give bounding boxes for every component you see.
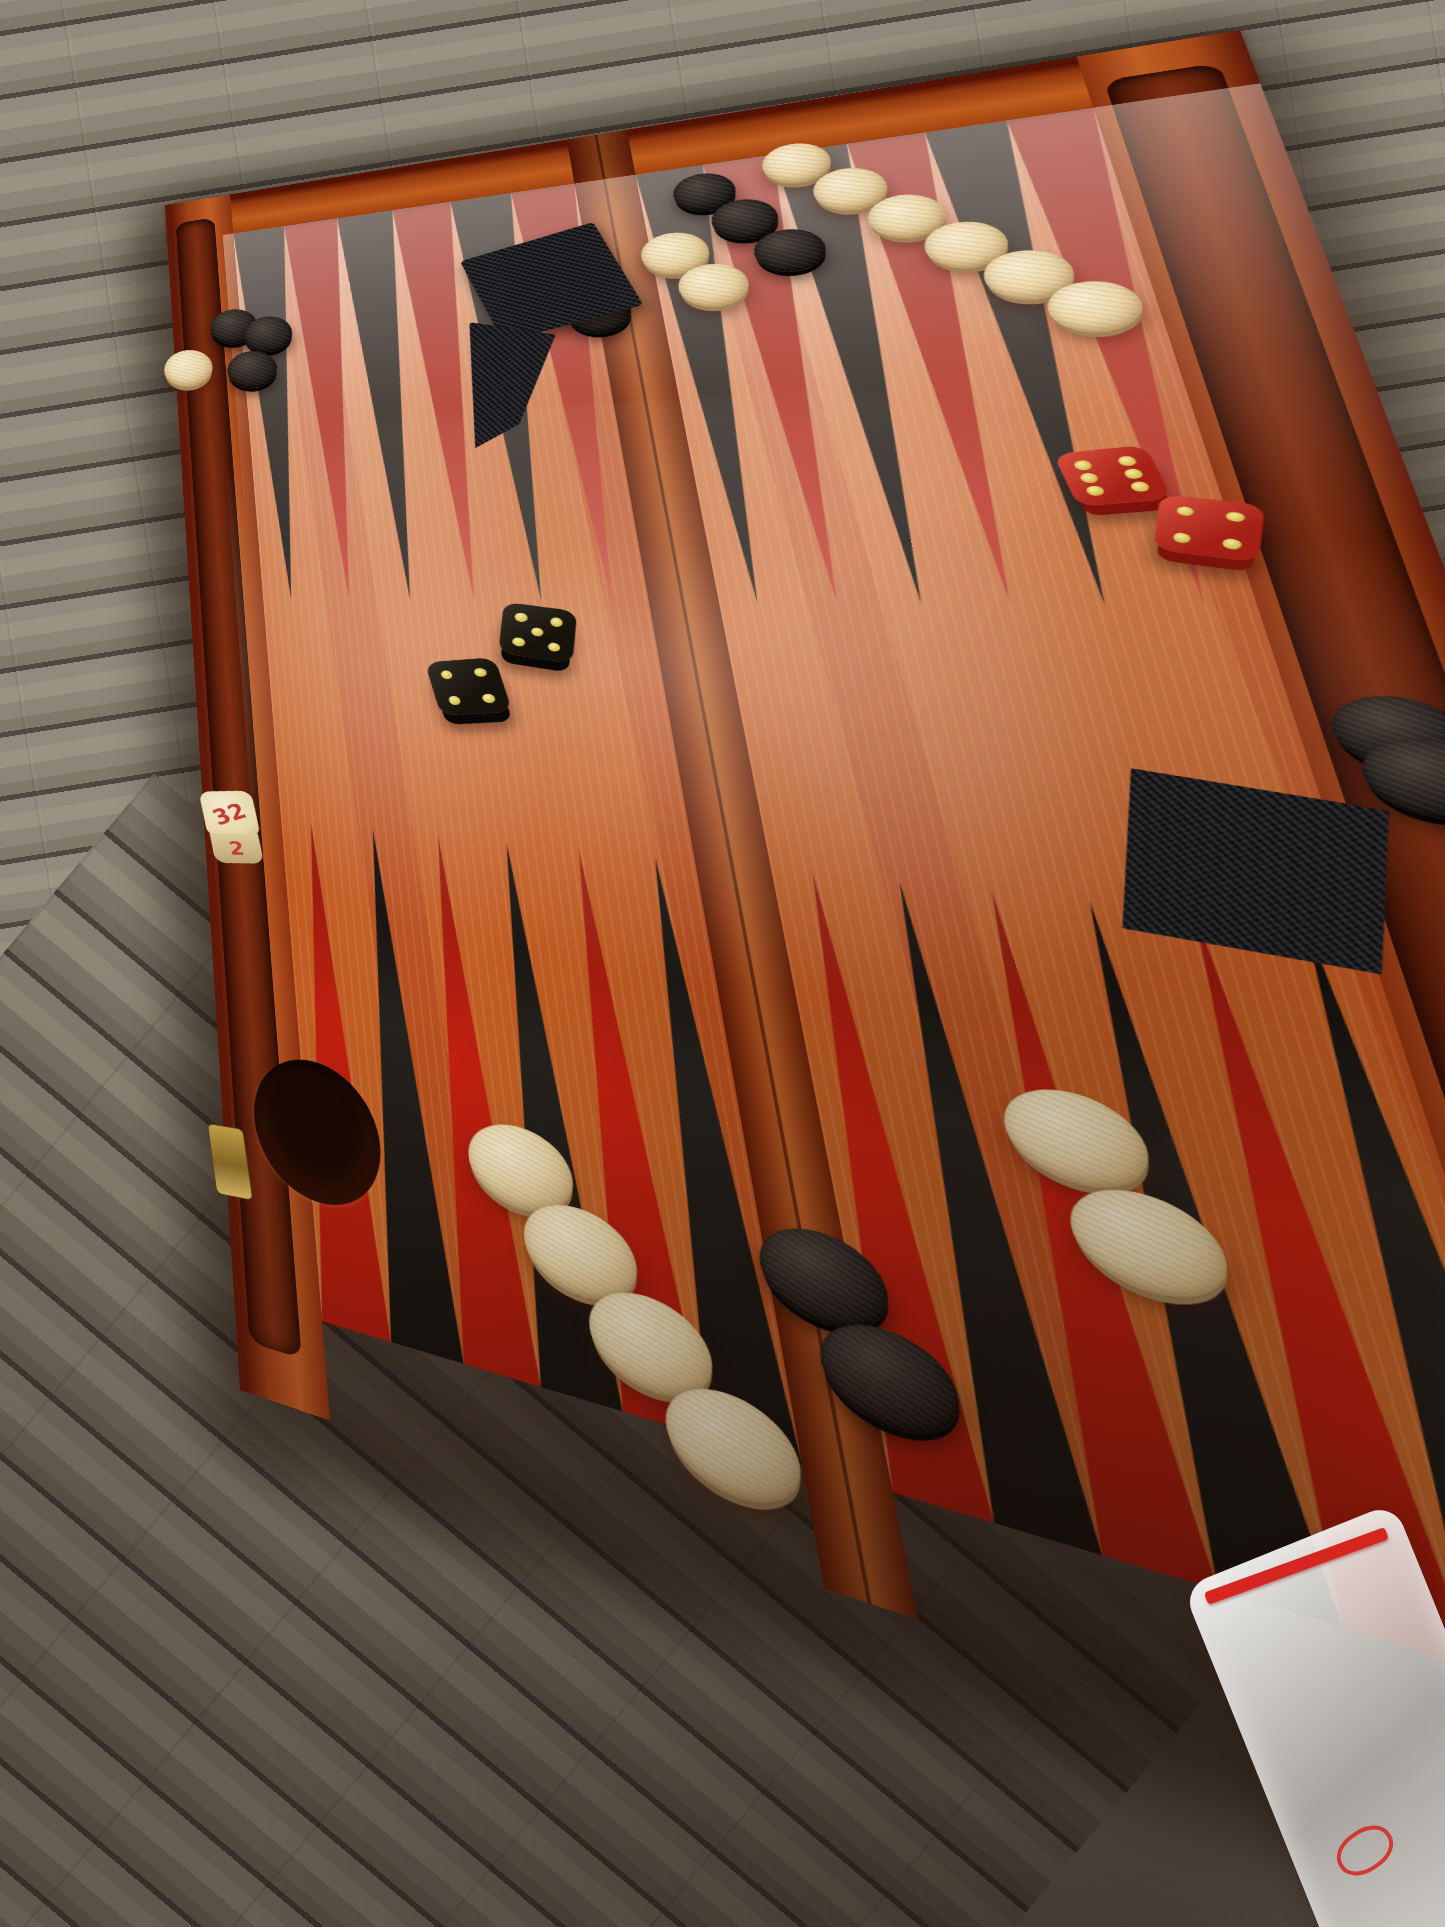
die-pip	[1176, 505, 1195, 516]
die-pip	[1079, 472, 1099, 482]
die-pip	[440, 670, 455, 680]
die-pip	[1129, 481, 1150, 492]
bag-red-label	[1329, 1817, 1402, 1885]
die-pip	[473, 668, 488, 678]
die-pip	[1223, 538, 1242, 550]
die-pip	[531, 627, 544, 638]
die-pip	[481, 693, 496, 703]
cube-top-face: 32	[199, 791, 261, 837]
die-pip	[515, 612, 528, 622]
die-pip	[550, 617, 563, 627]
cube-side-face: 2	[210, 834, 265, 864]
die-pip	[1085, 485, 1105, 495]
die-pip	[547, 642, 561, 653]
die-pip	[1172, 532, 1191, 544]
die-pip	[1123, 468, 1143, 479]
die-pip	[447, 696, 462, 706]
die-pip	[512, 637, 525, 648]
cube-top-value: 32	[208, 798, 251, 830]
die-pip	[1226, 511, 1245, 523]
cube-side-value: 2	[227, 838, 246, 859]
die-pip	[1073, 460, 1093, 470]
die-pip	[1116, 455, 1136, 466]
scene: 32 2	[0, 0, 1445, 1927]
